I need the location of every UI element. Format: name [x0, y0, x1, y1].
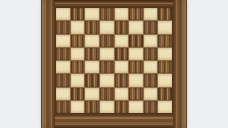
square-g5[interactable] — [144, 48, 158, 60]
square-f3[interactable] — [129, 74, 143, 86]
square-g7[interactable] — [144, 21, 158, 33]
square-b7[interactable] — [71, 21, 85, 33]
square-b3[interactable] — [71, 74, 85, 86]
square-h6[interactable] — [158, 35, 172, 47]
square-c7[interactable] — [85, 21, 99, 33]
square-c8[interactable] — [85, 8, 99, 20]
square-g8[interactable] — [144, 8, 158, 20]
square-f2[interactable] — [129, 88, 143, 100]
square-a5[interactable] — [56, 48, 70, 60]
square-c3[interactable] — [85, 74, 99, 86]
square-d7[interactable] — [100, 21, 114, 33]
square-b1[interactable] — [71, 101, 85, 113]
square-g6[interactable] — [144, 35, 158, 47]
square-g1[interactable] — [144, 101, 158, 113]
square-f1[interactable] — [129, 101, 143, 113]
square-c6[interactable] — [85, 35, 99, 47]
square-g2[interactable] — [144, 88, 158, 100]
square-d1[interactable] — [100, 101, 114, 113]
square-a4[interactable] — [56, 61, 70, 73]
square-e8[interactable] — [115, 8, 129, 20]
board-playing-field — [55, 7, 173, 114]
chess-board — [41, 0, 187, 128]
square-d8[interactable] — [100, 8, 114, 20]
square-g4[interactable] — [144, 61, 158, 73]
square-c4[interactable] — [85, 61, 99, 73]
square-h3[interactable] — [158, 74, 172, 86]
square-f5[interactable] — [129, 48, 143, 60]
square-h4[interactable] — [158, 61, 172, 73]
square-b5[interactable] — [71, 48, 85, 60]
square-h8[interactable] — [158, 8, 172, 20]
board-frame-left — [41, 0, 55, 128]
square-c5[interactable] — [85, 48, 99, 60]
square-e2[interactable] — [115, 88, 129, 100]
photo-background — [0, 0, 228, 128]
square-b4[interactable] — [71, 61, 85, 73]
square-e7[interactable] — [115, 21, 129, 33]
square-d4[interactable] — [100, 61, 114, 73]
square-a1[interactable] — [56, 101, 70, 113]
square-a6[interactable] — [56, 35, 70, 47]
square-a2[interactable] — [56, 88, 70, 100]
square-a7[interactable] — [56, 21, 70, 33]
board-frame-bottom — [41, 114, 187, 128]
square-b6[interactable] — [71, 35, 85, 47]
square-e3[interactable] — [115, 74, 129, 86]
square-d6[interactable] — [100, 35, 114, 47]
square-c1[interactable] — [85, 101, 99, 113]
square-f8[interactable] — [129, 8, 143, 20]
square-d3[interactable] — [100, 74, 114, 86]
square-h1[interactable] — [158, 101, 172, 113]
square-d2[interactable] — [100, 88, 114, 100]
board-frame-right — [173, 0, 187, 128]
square-f4[interactable] — [129, 61, 143, 73]
square-b8[interactable] — [71, 8, 85, 20]
square-d5[interactable] — [100, 48, 114, 60]
square-b2[interactable] — [71, 88, 85, 100]
board-frame-top — [41, 0, 187, 7]
square-a8[interactable] — [56, 8, 70, 20]
square-c2[interactable] — [85, 88, 99, 100]
square-e4[interactable] — [115, 61, 129, 73]
square-a3[interactable] — [56, 74, 70, 86]
square-h5[interactable] — [158, 48, 172, 60]
square-f6[interactable] — [129, 35, 143, 47]
square-f7[interactable] — [129, 21, 143, 33]
square-e1[interactable] — [115, 101, 129, 113]
square-h2[interactable] — [158, 88, 172, 100]
square-h7[interactable] — [158, 21, 172, 33]
square-g3[interactable] — [144, 74, 158, 86]
square-e6[interactable] — [115, 35, 129, 47]
square-e5[interactable] — [115, 48, 129, 60]
